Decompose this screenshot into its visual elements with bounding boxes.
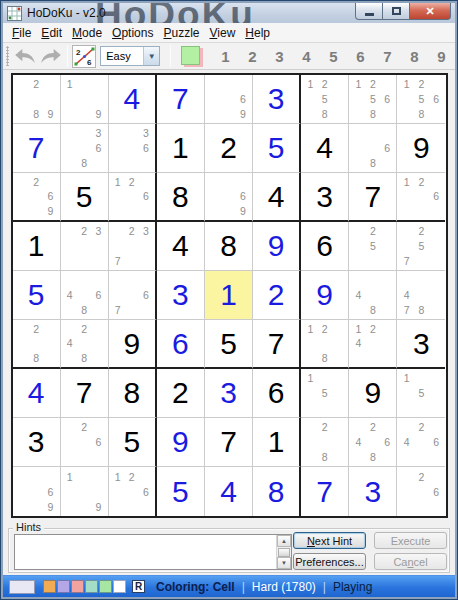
cell-r7c7[interactable]: 15 <box>301 369 349 418</box>
cell-r4c8[interactable]: 25 <box>349 222 397 271</box>
candidates-r3c9: 126 <box>399 175 443 218</box>
candidates-r3c1: 269 <box>15 175 58 218</box>
cell-r9c9[interactable]: 26 <box>397 467 445 516</box>
hints-panel-title: Hints <box>13 521 44 533</box>
value-r7c4: 2 <box>172 378 189 408</box>
toolbar-gripper <box>6 46 9 66</box>
cell-r9c2[interactable]: 19 <box>61 467 109 516</box>
cell-r8c2[interactable]: 26 <box>61 418 109 467</box>
menu-puzzle[interactable]: Puzzle <box>158 24 204 42</box>
hint-list-scrollbar[interactable]: ▲ ▼ <box>276 535 291 569</box>
value-r2c6: 5 <box>268 133 285 163</box>
cell-r7c5[interactable]: 3 <box>205 369 253 418</box>
digit-button-7[interactable]: 7 <box>374 45 401 67</box>
cell-r7c6[interactable]: 6 <box>253 369 301 418</box>
value-r5c7: 9 <box>316 280 333 310</box>
difficulty-status: Hard (1780) <box>252 580 316 594</box>
candidates-r4c3: 237 <box>111 224 153 268</box>
play-state: Playing <box>333 580 372 594</box>
value-r1c4: 7 <box>172 84 189 114</box>
cell-r4c7[interactable]: 6 <box>301 222 349 271</box>
hint-buttons: Next HintExecutePreferences...Cancel <box>293 532 447 570</box>
redo-icon <box>40 48 62 64</box>
value-r9c4: 5 <box>172 477 189 507</box>
candidates-r5c9: 478 <box>399 273 443 317</box>
candidates-r1c1: 289 <box>15 77 58 121</box>
value-r5c5: 1 <box>220 280 237 310</box>
color-swatch-6[interactable] <box>113 580 126 593</box>
digit-button-6[interactable]: 6 <box>347 45 374 67</box>
cell-r6c8[interactable]: 124 <box>349 320 397 369</box>
title-bar[interactable]: HoDoKu HoDoKu - v2.0 ✕ <box>3 3 455 23</box>
cell-r8c4[interactable]: 9 <box>157 418 205 467</box>
digit-button-2[interactable]: 2 <box>239 45 266 67</box>
cell-r9c6[interactable]: 8 <box>253 467 301 516</box>
digit-button-8[interactable]: 8 <box>401 45 428 67</box>
cell-r9c7[interactable]: 7 <box>301 467 349 516</box>
value-r5c4: 3 <box>172 280 189 310</box>
cell-r7c3[interactable]: 8 <box>109 369 157 418</box>
candidates-r1c5: 69 <box>207 77 250 121</box>
cell-r7c2[interactable]: 7 <box>61 369 109 418</box>
cell-r3c9[interactable]: 126 <box>397 173 445 222</box>
cell-r5c9[interactable]: 478 <box>397 271 445 320</box>
candidates-r7c7: 15 <box>303 371 346 415</box>
scroll-up-icon[interactable]: ▲ <box>277 535 291 547</box>
value-r4c7: 6 <box>316 231 333 261</box>
value-r7c1: 4 <box>28 378 45 408</box>
cell-r8c1[interactable]: 3 <box>13 418 61 467</box>
cell-r4c2[interactable]: 23 <box>61 222 109 271</box>
cell-r8c6[interactable]: 1 <box>253 418 301 467</box>
undo-button[interactable] <box>13 45 38 67</box>
value-r4c6: 9 <box>268 231 285 261</box>
cell-r6c4[interactable]: 6 <box>157 320 205 369</box>
candidates-r4c9: 257 <box>399 224 443 268</box>
value-r7c8: 9 <box>364 378 381 408</box>
window-title: HoDoKu - v2.0 <box>27 6 106 20</box>
candidates-r1c8: 12568 <box>351 77 394 121</box>
menu-options[interactable]: Options <box>107 24 158 42</box>
minimize-icon <box>365 13 374 16</box>
cell-r1c8[interactable]: 12568 <box>349 75 397 124</box>
cell-r1c7[interactable]: 1258 <box>301 75 349 124</box>
digit-button-1[interactable]: 1 <box>212 45 239 67</box>
candidates-r6c2: 248 <box>63 322 106 365</box>
value-r3c8: 7 <box>364 182 381 212</box>
coloring-status: Coloring: Cell <box>156 580 235 594</box>
cell-r5c1[interactable]: 5 <box>13 271 61 320</box>
color-swatch-4[interactable] <box>85 580 98 593</box>
candidates-r9c2: 19 <box>63 469 106 514</box>
candidates-r5c8: 48 <box>351 273 394 317</box>
value-r6c3: 9 <box>123 329 140 359</box>
cell-r5c2[interactable]: 468 <box>61 271 109 320</box>
value-r1c6: 3 <box>268 84 285 114</box>
value-r5c6: 2 <box>268 280 285 310</box>
app-icon <box>7 6 22 21</box>
candidates-r8c9: 246 <box>399 420 443 464</box>
cell-r9c4[interactable]: 5 <box>157 467 205 516</box>
cell-r9c1[interactable]: 69 <box>13 467 61 516</box>
cell-r6c7[interactable]: 128 <box>301 320 349 369</box>
undo-icon <box>14 48 36 64</box>
candidates-r5c2: 468 <box>63 273 106 317</box>
cell-r2c4[interactable]: 1 <box>157 124 205 173</box>
menu-help[interactable]: Help <box>240 24 275 42</box>
chevron-down-icon: ▼ <box>143 47 159 65</box>
cell-r8c9[interactable]: 246 <box>397 418 445 467</box>
cell-r5c4[interactable]: 3 <box>157 271 205 320</box>
menu-file[interactable]: File <box>7 24 36 42</box>
value-r2c9: 9 <box>413 133 430 163</box>
value-r3c6: 4 <box>268 182 285 212</box>
svg-text:6: 6 <box>87 58 92 66</box>
value-r7c6: 6 <box>268 378 285 408</box>
toolbar-separator <box>67 45 68 67</box>
maximize-button[interactable] <box>382 3 410 20</box>
status-bar: R Coloring: Cell | Hard (1780) | Playing <box>3 575 455 597</box>
cell-r4c5[interactable]: 8 <box>205 222 253 271</box>
cell-r2c7[interactable]: 4 <box>301 124 349 173</box>
cell-r5c8[interactable]: 48 <box>349 271 397 320</box>
candidates-r8c2: 26 <box>63 420 106 464</box>
cell-r8c8[interactable]: 2468 <box>349 418 397 467</box>
mode-toggle-button[interactable]: 2 6 <box>72 45 96 68</box>
cell-r5c5[interactable]: 1 <box>205 271 253 320</box>
cell-r6c2[interactable]: 248 <box>61 320 109 369</box>
cell-r4c1[interactable]: 1 <box>13 222 61 271</box>
value-r3c2: 5 <box>76 182 93 212</box>
value-r8c1: 3 <box>28 427 45 457</box>
color-swatch-5[interactable] <box>99 580 112 593</box>
toolbar: 2 6 Easy ▼ 123456789 <box>3 43 455 70</box>
cell-r1c1[interactable]: 289 <box>13 75 61 124</box>
cell-r1c3[interactable]: 4 <box>109 75 157 124</box>
coloring-color-button[interactable] <box>181 46 200 65</box>
digit-button-5[interactable]: 5 <box>320 45 347 67</box>
menu-view[interactable]: View <box>205 24 241 42</box>
value-r6c4: 6 <box>172 329 189 359</box>
cell-r3c7[interactable]: 3 <box>301 173 349 222</box>
redo-button[interactable] <box>38 45 63 67</box>
cell-r7c9[interactable]: 15 <box>397 369 445 418</box>
cell-r9c8[interactable]: 3 <box>349 467 397 516</box>
cell-r3c6[interactable]: 4 <box>253 173 301 222</box>
scrollbar-thumb[interactable] <box>278 548 290 557</box>
value-r3c7: 3 <box>316 182 333 212</box>
status-separator: | <box>323 580 326 594</box>
cell-r1c9[interactable]: 12568 <box>397 75 445 124</box>
cell-r1c5[interactable]: 69 <box>205 75 253 124</box>
cell-r5c6[interactable]: 2 <box>253 271 301 320</box>
cell-r3c4[interactable]: 8 <box>157 173 205 222</box>
candidates-r9c3: 126 <box>111 469 153 514</box>
cell-r7c1[interactable]: 4 <box>13 369 61 418</box>
cell-r8c5[interactable]: 7 <box>205 418 253 467</box>
cell-r1c6[interactable]: 3 <box>253 75 301 124</box>
cell-r2c9[interactable]: 9 <box>397 124 445 173</box>
value-r9c8: 3 <box>364 477 381 507</box>
candidates-r7c9: 15 <box>399 371 443 415</box>
digit-buttons: 123456789 <box>212 45 455 67</box>
execute-button[interactable]: Execute <box>374 532 447 549</box>
cell-r6c3[interactable]: 9 <box>109 320 157 369</box>
candidates-r4c2: 23 <box>63 224 106 268</box>
status-separator: | <box>242 580 245 594</box>
cell-r1c2[interactable]: 19 <box>61 75 109 124</box>
cell-r4c4[interactable]: 4 <box>157 222 205 271</box>
color-swatch-2[interactable] <box>57 580 70 593</box>
value-r4c4: 4 <box>172 231 189 261</box>
scroll-down-icon[interactable]: ▼ <box>277 557 291 569</box>
value-r8c6: 1 <box>268 427 285 457</box>
board-area: 2891947693125812568125687368361254689269… <box>3 70 455 521</box>
cell-r5c3[interactable]: 67 <box>109 271 157 320</box>
cell-r6c9[interactable]: 3 <box>397 320 445 369</box>
value-r2c4: 1 <box>172 133 189 163</box>
cell-r9c5[interactable]: 4 <box>205 467 253 516</box>
candidates-r3c5: 69 <box>207 175 250 218</box>
cell-r6c5[interactable]: 5 <box>205 320 253 369</box>
cell-r1c4[interactable]: 7 <box>157 75 205 124</box>
value-r2c1: 7 <box>28 133 45 163</box>
color-swatch-1[interactable] <box>43 580 56 593</box>
sudoku-board: 2891947693125812568125687368361254689269… <box>11 73 448 518</box>
value-r6c6: 7 <box>268 329 285 359</box>
candidates-r2c8: 68 <box>351 126 394 170</box>
value-r2c5: 2 <box>220 133 237 163</box>
next-hint-button[interactable]: Next Hint <box>293 532 366 549</box>
value-r7c5: 3 <box>220 378 237 408</box>
value-r8c5: 7 <box>220 427 237 457</box>
cell-r4c9[interactable]: 257 <box>397 222 445 271</box>
close-button[interactable]: ✕ <box>409 3 451 20</box>
value-r9c7: 7 <box>316 477 333 507</box>
menu-edit[interactable]: Edit <box>36 24 67 42</box>
app-window: HoDoKu HoDoKu - v2.0 ✕ FileEditModeOptio… <box>0 0 458 600</box>
value-r4c5: 8 <box>220 231 237 261</box>
color-swatch-none[interactable] <box>9 580 35 594</box>
cell-r5c7[interactable]: 9 <box>301 271 349 320</box>
cell-r6c6[interactable]: 7 <box>253 320 301 369</box>
value-r7c3: 8 <box>123 378 140 408</box>
cell-r2c6[interactable]: 5 <box>253 124 301 173</box>
close-icon: ✕ <box>425 5 434 18</box>
maximize-icon <box>392 7 401 15</box>
cell-r3c8[interactable]: 7 <box>349 173 397 222</box>
value-r3c4: 8 <box>172 182 189 212</box>
candidates-r2c3: 36 <box>111 126 153 170</box>
cell-r8c7[interactable]: 28 <box>301 418 349 467</box>
value-r5c1: 5 <box>28 280 45 310</box>
reset-colors-button[interactable]: R <box>132 580 145 593</box>
candidates-r9c1: 69 <box>15 469 58 514</box>
cancel-button[interactable]: Cancel <box>374 553 447 570</box>
cell-r6c1[interactable]: 28 <box>13 320 61 369</box>
cell-r3c2[interactable]: 5 <box>61 173 109 222</box>
cell-r3c1[interactable]: 269 <box>13 173 61 222</box>
candidates-r8c7: 28 <box>303 420 346 464</box>
minimize-button[interactable] <box>355 3 383 20</box>
hints-panel: Hints ▲ ▼ Next HintExecutePreferences...… <box>5 521 453 575</box>
candidates-r1c9: 12568 <box>399 77 443 121</box>
candidates-r3c3: 126 <box>111 175 153 218</box>
svg-text:2: 2 <box>76 48 81 57</box>
cell-r3c3[interactable]: 126 <box>109 173 157 222</box>
candidates-r1c2: 19 <box>63 77 106 121</box>
toolbar-separator <box>170 45 171 67</box>
reset-colors-label: R <box>135 581 142 592</box>
color-swatch-3[interactable] <box>71 580 84 593</box>
value-r7c2: 7 <box>76 378 93 408</box>
candidates-r6c1: 28 <box>15 322 58 365</box>
cell-r7c4[interactable]: 2 <box>157 369 205 418</box>
value-r4c1: 1 <box>28 231 45 261</box>
cell-r2c8[interactable]: 68 <box>349 124 397 173</box>
value-r9c5: 4 <box>220 477 237 507</box>
value-r2c7: 4 <box>316 133 333 163</box>
value-r6c5: 5 <box>220 329 237 359</box>
candidates-r5c3: 67 <box>111 273 153 317</box>
mode-icon: 2 6 <box>74 47 95 66</box>
menu-bar: FileEditModeOptionsPuzzleViewHelp <box>3 23 455 43</box>
digit-button-3[interactable]: 3 <box>266 45 293 67</box>
cell-r8c3[interactable]: 5 <box>109 418 157 467</box>
cell-r3c5[interactable]: 69 <box>205 173 253 222</box>
value-r6c9: 3 <box>413 329 430 359</box>
cell-r2c5[interactable]: 2 <box>205 124 253 173</box>
desktop-watermark: HoDoKu <box>95 3 255 23</box>
menu-mode[interactable]: Mode <box>67 24 107 42</box>
cell-r4c3[interactable]: 237 <box>109 222 157 271</box>
candidates-r1c7: 1258 <box>303 77 346 121</box>
preferences-button[interactable]: Preferences... <box>293 553 366 570</box>
hint-list[interactable]: ▲ ▼ <box>14 534 292 570</box>
cell-r2c1[interactable]: 7 <box>13 124 61 173</box>
candidates-r8c8: 2468 <box>351 420 394 464</box>
candidates-r9c9: 26 <box>399 469 443 514</box>
digit-button-9[interactable]: 9 <box>428 45 455 67</box>
color-swatches <box>43 580 127 593</box>
difficulty-select[interactable]: Easy ▼ <box>100 46 160 66</box>
cell-r9c3[interactable]: 126 <box>109 467 157 516</box>
value-r9c6: 8 <box>268 477 285 507</box>
cell-r7c8[interactable]: 9 <box>349 369 397 418</box>
candidates-r6c8: 124 <box>351 322 394 365</box>
cell-r2c2[interactable]: 368 <box>61 124 109 173</box>
candidates-r6c7: 128 <box>303 322 346 365</box>
value-r8c3: 5 <box>123 427 140 457</box>
candidates-r4c8: 25 <box>351 224 394 268</box>
value-r1c3: 4 <box>123 84 140 114</box>
value-r8c4: 9 <box>172 427 189 457</box>
difficulty-value: Easy <box>101 50 143 62</box>
digit-button-4[interactable]: 4 <box>293 45 320 67</box>
cell-r2c3[interactable]: 36 <box>109 124 157 173</box>
cell-r4c6[interactable]: 9 <box>253 222 301 271</box>
candidates-r2c2: 368 <box>63 126 106 170</box>
